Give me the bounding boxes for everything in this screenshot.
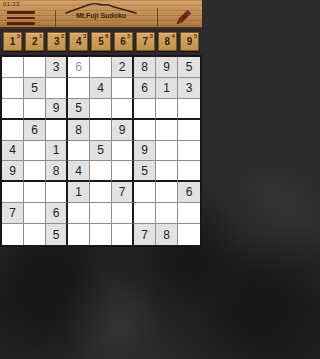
sudoku-cell-r1c8-given[interactable]: 9 <box>156 57 178 78</box>
sudoku-cell-r5c3-given[interactable]: 1 <box>46 141 68 162</box>
digit-button-7[interactable]: 73 <box>136 32 155 51</box>
sudoku-cell-r1c6-given[interactable]: 2 <box>112 57 134 78</box>
sudoku-cell-r6c1-given[interactable]: 9 <box>2 161 24 182</box>
sudoku-cell-r4c7-empty[interactable] <box>134 120 156 141</box>
digit-label: 4 <box>76 36 82 47</box>
sudoku-cell-r2c3-empty[interactable] <box>46 78 68 99</box>
sudoku-cell-r7c9-given[interactable]: 6 <box>178 182 200 203</box>
digit-label: 9 <box>187 36 193 47</box>
digit-label: 7 <box>142 36 148 47</box>
sudoku-cell-r5c1-given[interactable]: 4 <box>2 141 24 162</box>
digit-count-badge: 4 <box>172 33 175 39</box>
sudoku-cell-r1c9-given[interactable]: 5 <box>178 57 200 78</box>
sudoku-cell-r5c9-empty[interactable] <box>178 141 200 162</box>
sudoku-cell-r8c6-empty[interactable] <box>112 203 134 224</box>
sudoku-cell-r9c2-empty[interactable] <box>24 224 46 245</box>
sudoku-cell-r7c6-given[interactable]: 7 <box>112 182 134 203</box>
sudoku-cell-r1c4-user[interactable]: 6 <box>68 57 90 78</box>
sudoku-cell-r8c2-empty[interactable] <box>24 203 46 224</box>
sudoku-cell-r3c2-empty[interactable] <box>24 99 46 120</box>
digit-count-badge: 6 <box>105 33 108 39</box>
sudoku-cell-r6c2-empty[interactable] <box>24 161 46 182</box>
sudoku-cell-r2c2-given[interactable]: 5 <box>24 78 46 99</box>
sudoku-cell-r4c4-given[interactable]: 8 <box>68 120 90 141</box>
sudoku-cell-r9c3-given[interactable]: 5 <box>46 224 68 245</box>
sudoku-cell-r8c4-empty[interactable] <box>68 203 90 224</box>
sudoku-cell-r4c2-given[interactable]: 6 <box>24 120 46 141</box>
sudoku-cell-r9c5-empty[interactable] <box>90 224 112 245</box>
digit-button-9[interactable]: 95 <box>180 32 199 51</box>
sudoku-cell-r4c1-empty[interactable] <box>2 120 24 141</box>
sudoku-cell-r8c7-empty[interactable] <box>134 203 156 224</box>
digit-button-3[interactable]: 32 <box>47 32 66 51</box>
sudoku-cell-r8c5-empty[interactable] <box>90 203 112 224</box>
digit-count-badge: 5 <box>127 33 130 39</box>
sudoku-cell-r9c1-empty[interactable] <box>2 224 24 245</box>
sudoku-cell-r7c2-empty[interactable] <box>24 182 46 203</box>
sudoku-cell-r9c9-empty[interactable] <box>178 224 200 245</box>
list-menu-icon <box>7 22 35 25</box>
sudoku-cell-r1c3-given[interactable]: 3 <box>46 57 68 78</box>
digit-count-badge: 3 <box>149 33 152 39</box>
sudoku-cell-r3c7-empty[interactable] <box>134 99 156 120</box>
sudoku-cell-r5c8-empty[interactable] <box>156 141 178 162</box>
digit-button-4[interactable]: 43 <box>69 32 88 51</box>
sudoku-cell-r9c8-given[interactable]: 8 <box>156 224 178 245</box>
app-header: 01:23 Mt.Fuji Sudoku <box>0 0 202 29</box>
sudoku-board: 36289554613956894159984517676578 <box>0 55 202 247</box>
sudoku-cell-r6c6-empty[interactable] <box>112 161 134 182</box>
digit-label: 2 <box>32 36 38 47</box>
digit-button-5[interactable]: 56 <box>91 32 110 51</box>
digit-buttons: 132132435665738495 <box>0 29 202 53</box>
sudoku-cell-r4c9-empty[interactable] <box>178 120 200 141</box>
digit-count-badge: 1 <box>39 33 42 39</box>
digit-count-badge: 3 <box>83 33 86 39</box>
pencil-mode-button[interactable] <box>157 8 198 28</box>
digit-label: 6 <box>120 36 126 47</box>
digit-label: 5 <box>98 36 104 47</box>
sudoku-cell-r3c9-empty[interactable] <box>178 99 200 120</box>
sudoku-cell-r2c6-empty[interactable] <box>112 78 134 99</box>
sudoku-cell-r6c9-empty[interactable] <box>178 161 200 182</box>
sudoku-cell-r7c4-given[interactable]: 1 <box>68 182 90 203</box>
sudoku-cell-r5c4-empty[interactable] <box>68 141 90 162</box>
sudoku-cell-r5c6-empty[interactable] <box>112 141 134 162</box>
digit-button-2[interactable]: 21 <box>25 32 44 51</box>
sudoku-cell-r1c5-empty[interactable] <box>90 57 112 78</box>
digit-label: 3 <box>54 36 60 47</box>
pencil-icon <box>172 8 194 28</box>
sudoku-cell-r4c6-given[interactable]: 9 <box>112 120 134 141</box>
sudoku-cell-r6c3-given[interactable]: 8 <box>46 161 68 182</box>
sudoku-cell-r9c4-empty[interactable] <box>68 224 90 245</box>
sudoku-cell-r4c3-empty[interactable] <box>46 120 68 141</box>
digit-count-badge: 5 <box>194 33 197 39</box>
sudoku-cell-r3c4-given[interactable]: 5 <box>68 99 90 120</box>
sudoku-cell-r2c1-empty[interactable] <box>2 78 24 99</box>
sudoku-cell-r6c8-empty[interactable] <box>156 161 178 182</box>
digit-count-badge: 3 <box>17 33 20 39</box>
sudoku-cell-r2c8-given[interactable]: 1 <box>156 78 178 99</box>
sudoku-cell-r7c8-empty[interactable] <box>156 182 178 203</box>
sudoku-cell-r4c8-empty[interactable] <box>156 120 178 141</box>
digit-label: 1 <box>10 36 16 47</box>
sudoku-cell-r8c9-empty[interactable] <box>178 203 200 224</box>
digit-button-8[interactable]: 84 <box>158 32 177 51</box>
sudoku-cell-r3c8-empty[interactable] <box>156 99 178 120</box>
sudoku-cell-r1c2-empty[interactable] <box>24 57 46 78</box>
sudoku-cell-r1c1-empty[interactable] <box>2 57 24 78</box>
sudoku-cell-r2c5-given[interactable]: 4 <box>90 78 112 99</box>
sudoku-cell-r7c3-empty[interactable] <box>46 182 68 203</box>
sudoku-cell-r5c5-given[interactable]: 5 <box>90 141 112 162</box>
sudoku-cell-r3c6-empty[interactable] <box>112 99 134 120</box>
sudoku-cell-r6c7-given[interactable]: 5 <box>134 161 156 182</box>
sudoku-cell-r1c7-given[interactable]: 8 <box>134 57 156 78</box>
sudoku-cell-r7c5-empty[interactable] <box>90 182 112 203</box>
sudoku-cell-r4c5-empty[interactable] <box>90 120 112 141</box>
sudoku-cell-r2c9-given[interactable]: 3 <box>178 78 200 99</box>
sudoku-cell-r3c1-empty[interactable] <box>2 99 24 120</box>
sudoku-cell-r7c7-empty[interactable] <box>134 182 156 203</box>
digit-count-badge: 2 <box>61 33 64 39</box>
sudoku-cell-r9c6-empty[interactable] <box>112 224 134 245</box>
digit-button-6[interactable]: 65 <box>114 32 133 51</box>
sudoku-cell-r8c1-given[interactable]: 7 <box>2 203 24 224</box>
sudoku-cell-r8c3-given[interactable]: 6 <box>46 203 68 224</box>
sudoku-cell-r2c4-empty[interactable] <box>68 78 90 99</box>
sudoku-cell-r7c1-empty[interactable] <box>2 182 24 203</box>
sudoku-cell-r3c5-empty[interactable] <box>90 99 112 120</box>
sudoku-cell-r2c7-given[interactable]: 6 <box>134 78 156 99</box>
sudoku-cell-r6c5-empty[interactable] <box>90 161 112 182</box>
digit-button-1[interactable]: 13 <box>3 32 22 51</box>
sudoku-cell-r8c8-empty[interactable] <box>156 203 178 224</box>
sudoku-cell-r6c4-given[interactable]: 4 <box>68 161 90 182</box>
sudoku-cell-r5c2-empty[interactable] <box>24 141 46 162</box>
sudoku-cell-r3c3-given[interactable]: 9 <box>46 99 68 120</box>
sudoku-cell-r5c7-given[interactable]: 9 <box>134 141 156 162</box>
sudoku-cell-r9c7-given[interactable]: 7 <box>134 224 156 245</box>
digit-label: 8 <box>165 36 171 47</box>
